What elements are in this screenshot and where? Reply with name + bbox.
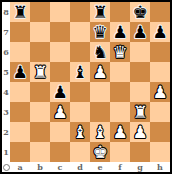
square-a7[interactable] bbox=[10, 22, 30, 42]
piece-black-queen-e7[interactable]: ♛ bbox=[90, 22, 110, 42]
piece-black-pawn-a5[interactable]: ♟ bbox=[10, 62, 30, 82]
square-f3[interactable] bbox=[110, 102, 130, 122]
rank-label-1: 1 bbox=[2, 142, 10, 162]
square-a6[interactable] bbox=[10, 42, 30, 62]
rank-label-5: 5 bbox=[2, 62, 10, 82]
square-c5[interactable] bbox=[50, 62, 70, 82]
rank-label-2: 2 bbox=[2, 122, 10, 142]
square-e3[interactable] bbox=[90, 102, 110, 122]
square-d8[interactable] bbox=[70, 2, 90, 22]
square-h5[interactable] bbox=[150, 62, 170, 82]
piece-black-knight-e6[interactable]: ♞ bbox=[90, 42, 110, 62]
square-a8[interactable]: ♜ bbox=[10, 2, 30, 22]
square-e1[interactable]: ♚ bbox=[90, 142, 110, 162]
piece-white-pawn-e5[interactable]: ♟ bbox=[90, 62, 110, 82]
square-c7[interactable] bbox=[50, 22, 70, 42]
piece-white-rook-g3[interactable]: ♜ bbox=[130, 102, 150, 122]
file-label-d: d bbox=[70, 162, 90, 172]
square-f5[interactable] bbox=[110, 62, 130, 82]
rank-label-7: 7 bbox=[2, 22, 10, 42]
square-f8[interactable] bbox=[110, 2, 130, 22]
square-b2[interactable] bbox=[30, 122, 50, 142]
square-b6[interactable] bbox=[30, 42, 50, 62]
piece-white-king-e1[interactable]: ♚ bbox=[90, 142, 110, 162]
square-c1[interactable] bbox=[50, 142, 70, 162]
square-g1[interactable] bbox=[130, 142, 150, 162]
square-c4[interactable]: ♟ bbox=[50, 82, 70, 102]
piece-white-pawn-g2[interactable]: ♟ bbox=[130, 122, 150, 142]
rank-labels: 87654321 bbox=[2, 2, 10, 162]
rank-label-4: 4 bbox=[2, 82, 10, 102]
piece-white-rook-b5[interactable]: ♜ bbox=[30, 62, 50, 82]
square-h3[interactable] bbox=[150, 102, 170, 122]
chess-diagram: 87654321 ♜♜♚♛♟♟♟♞♛♟♜♝♟♟♟♟♜♝♝♟♟♚ abcdefgh bbox=[0, 0, 172, 174]
square-c6[interactable] bbox=[50, 42, 70, 62]
square-c3[interactable]: ♟ bbox=[50, 102, 70, 122]
file-labels: abcdefgh bbox=[10, 162, 170, 172]
square-d5[interactable]: ♝ bbox=[70, 62, 90, 82]
file-label-c: c bbox=[50, 162, 70, 172]
square-b1[interactable] bbox=[30, 142, 50, 162]
rank-label-8: 8 bbox=[2, 2, 10, 22]
square-c2[interactable] bbox=[50, 122, 70, 142]
square-e7[interactable]: ♛ bbox=[90, 22, 110, 42]
turn-indicator-cell bbox=[2, 162, 10, 172]
square-h2[interactable] bbox=[150, 122, 170, 142]
square-a1[interactable] bbox=[10, 142, 30, 162]
square-b3[interactable] bbox=[30, 102, 50, 122]
square-h8[interactable] bbox=[150, 2, 170, 22]
square-g6[interactable] bbox=[130, 42, 150, 62]
square-d4[interactable] bbox=[70, 82, 90, 102]
piece-black-pawn-h7[interactable]: ♟ bbox=[150, 22, 170, 42]
square-d7[interactable] bbox=[70, 22, 90, 42]
file-label-a: a bbox=[10, 162, 30, 172]
square-g2[interactable]: ♟ bbox=[130, 122, 150, 142]
file-label-f: f bbox=[110, 162, 130, 172]
square-f7[interactable]: ♟ bbox=[110, 22, 130, 42]
white-to-move-indicator bbox=[3, 164, 10, 171]
square-h4[interactable]: ♟ bbox=[150, 82, 170, 102]
rank-label-6: 6 bbox=[2, 42, 10, 62]
chess-board: ♜♜♚♛♟♟♟♞♛♟♜♝♟♟♟♟♜♝♝♟♟♚ bbox=[10, 2, 170, 162]
piece-white-pawn-f2[interactable]: ♟ bbox=[110, 122, 130, 142]
piece-black-rook-a8[interactable]: ♜ bbox=[10, 2, 30, 22]
square-e2[interactable]: ♝ bbox=[90, 122, 110, 142]
square-a5[interactable]: ♟ bbox=[10, 62, 30, 82]
square-g4[interactable] bbox=[130, 82, 150, 102]
square-a2[interactable] bbox=[10, 122, 30, 142]
piece-black-king-g8[interactable]: ♚ bbox=[130, 2, 150, 22]
square-g5[interactable] bbox=[130, 62, 150, 82]
piece-white-bishop-d2[interactable]: ♝ bbox=[70, 122, 90, 142]
square-f6[interactable]: ♛ bbox=[110, 42, 130, 62]
piece-white-pawn-h4[interactable]: ♟ bbox=[150, 82, 170, 102]
file-label-h: h bbox=[150, 162, 170, 172]
square-b8[interactable] bbox=[30, 2, 50, 22]
square-d3[interactable] bbox=[70, 102, 90, 122]
piece-black-rook-e8[interactable]: ♜ bbox=[90, 2, 110, 22]
square-e5[interactable]: ♟ bbox=[90, 62, 110, 82]
square-b5[interactable]: ♜ bbox=[30, 62, 50, 82]
piece-black-pawn-c4[interactable]: ♟ bbox=[50, 82, 70, 102]
file-label-b: b bbox=[30, 162, 50, 172]
square-d2[interactable]: ♝ bbox=[70, 122, 90, 142]
square-e4[interactable] bbox=[90, 82, 110, 102]
rank-label-3: 3 bbox=[2, 102, 10, 122]
piece-white-queen-f6[interactable]: ♛ bbox=[110, 42, 130, 62]
square-e8[interactable]: ♜ bbox=[90, 2, 110, 22]
square-b4[interactable] bbox=[30, 82, 50, 102]
square-a3[interactable] bbox=[10, 102, 30, 122]
piece-black-bishop-d5[interactable]: ♝ bbox=[70, 62, 90, 82]
piece-black-pawn-f7[interactable]: ♟ bbox=[110, 22, 130, 42]
piece-white-bishop-e2[interactable]: ♝ bbox=[90, 122, 110, 142]
square-g7[interactable]: ♟ bbox=[130, 22, 150, 42]
square-c8[interactable] bbox=[50, 2, 70, 22]
square-h7[interactable]: ♟ bbox=[150, 22, 170, 42]
square-h1[interactable] bbox=[150, 142, 170, 162]
square-g3[interactable]: ♜ bbox=[130, 102, 150, 122]
square-e6[interactable]: ♞ bbox=[90, 42, 110, 62]
square-b7[interactable] bbox=[30, 22, 50, 42]
square-h6[interactable] bbox=[150, 42, 170, 62]
square-f4[interactable] bbox=[110, 82, 130, 102]
piece-white-pawn-c3[interactable]: ♟ bbox=[50, 102, 70, 122]
square-d6[interactable] bbox=[70, 42, 90, 62]
square-f2[interactable]: ♟ bbox=[110, 122, 130, 142]
piece-black-pawn-g7[interactable]: ♟ bbox=[130, 22, 150, 42]
square-g8[interactable]: ♚ bbox=[130, 2, 150, 22]
square-d1[interactable] bbox=[70, 142, 90, 162]
square-a4[interactable] bbox=[10, 82, 30, 102]
file-label-e: e bbox=[90, 162, 110, 172]
file-label-g: g bbox=[130, 162, 150, 172]
square-f1[interactable] bbox=[110, 142, 130, 162]
